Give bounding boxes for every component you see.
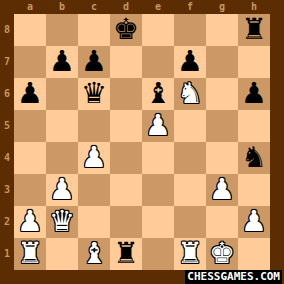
square-b6[interactable] <box>46 78 78 110</box>
square-e6[interactable]: ♝ <box>142 78 174 110</box>
square-a6[interactable]: ♟ <box>14 78 46 110</box>
black-pawn: ♟ <box>238 78 270 110</box>
white-pawn: ♟ <box>14 206 46 238</box>
square-e7[interactable] <box>142 46 174 78</box>
square-c2[interactable] <box>78 206 110 238</box>
square-f2[interactable] <box>174 206 206 238</box>
square-b4[interactable] <box>46 142 78 174</box>
square-e1[interactable] <box>142 238 174 270</box>
rank-label-3: 3 <box>0 174 14 206</box>
white-pawn: ♟ <box>78 142 110 174</box>
site-watermark: CHESSGAMES.COM <box>185 270 282 284</box>
square-g4[interactable] <box>206 142 238 174</box>
square-a7[interactable] <box>14 46 46 78</box>
black-rook: ♜ <box>238 14 270 46</box>
square-g8[interactable] <box>206 14 238 46</box>
square-a1[interactable]: ♜ <box>14 238 46 270</box>
white-pawn: ♟ <box>46 174 78 206</box>
rank-labels: 87654321 <box>0 14 14 270</box>
square-g3[interactable]: ♟ <box>206 174 238 206</box>
black-knight: ♞ <box>238 142 270 174</box>
square-g2[interactable] <box>206 206 238 238</box>
square-b5[interactable] <box>46 110 78 142</box>
square-f4[interactable] <box>174 142 206 174</box>
square-e5[interactable]: ♟ <box>142 110 174 142</box>
square-h7[interactable] <box>238 46 270 78</box>
square-c7[interactable]: ♟ <box>78 46 110 78</box>
square-b2[interactable]: ♛ <box>46 206 78 238</box>
square-c8[interactable] <box>78 14 110 46</box>
file-labels: abcdefgh <box>14 0 270 14</box>
square-c1[interactable]: ♝ <box>78 238 110 270</box>
square-d3[interactable] <box>110 174 142 206</box>
white-rook: ♜ <box>174 238 206 270</box>
white-queen: ♛ <box>46 206 78 238</box>
square-a8[interactable] <box>14 14 46 46</box>
black-pawn: ♟ <box>46 46 78 78</box>
square-d7[interactable] <box>110 46 142 78</box>
file-label-g: g <box>206 0 238 14</box>
square-d2[interactable] <box>110 206 142 238</box>
square-b1[interactable] <box>46 238 78 270</box>
black-king: ♚ <box>110 14 142 46</box>
white-bishop: ♝ <box>78 238 110 270</box>
square-d6[interactable] <box>110 78 142 110</box>
black-rook: ♜ <box>110 238 142 270</box>
square-a5[interactable] <box>14 110 46 142</box>
square-e8[interactable] <box>142 14 174 46</box>
rank-label-2: 2 <box>0 206 14 238</box>
square-f3[interactable] <box>174 174 206 206</box>
square-c3[interactable] <box>78 174 110 206</box>
file-label-b: b <box>46 0 78 14</box>
square-d1[interactable]: ♜ <box>110 238 142 270</box>
rank-label-8: 8 <box>0 14 14 46</box>
white-pawn: ♟ <box>206 174 238 206</box>
square-f6[interactable]: ♞ <box>174 78 206 110</box>
square-c5[interactable] <box>78 110 110 142</box>
file-label-d: d <box>110 0 142 14</box>
square-b7[interactable]: ♟ <box>46 46 78 78</box>
black-pawn: ♟ <box>174 46 206 78</box>
white-rook: ♜ <box>14 238 46 270</box>
black-pawn: ♟ <box>78 46 110 78</box>
rank-label-1: 1 <box>0 238 14 270</box>
rank-label-5: 5 <box>0 110 14 142</box>
square-a3[interactable] <box>14 174 46 206</box>
square-a2[interactable]: ♟ <box>14 206 46 238</box>
square-f8[interactable] <box>174 14 206 46</box>
square-c6[interactable]: ♛ <box>78 78 110 110</box>
square-h4[interactable]: ♞ <box>238 142 270 174</box>
square-h1[interactable] <box>238 238 270 270</box>
file-label-h: h <box>238 0 270 14</box>
square-g7[interactable] <box>206 46 238 78</box>
square-f1[interactable]: ♜ <box>174 238 206 270</box>
chess-board-frame: abcdefgh 87654321 ♚♜♟♟♟♟♛♝♞♟♟♟♞♟♟♟♛♟♜♝♜♜… <box>0 0 284 284</box>
black-queen: ♛ <box>78 78 110 110</box>
square-g5[interactable] <box>206 110 238 142</box>
square-g6[interactable] <box>206 78 238 110</box>
black-pawn: ♟ <box>14 78 46 110</box>
square-e3[interactable] <box>142 174 174 206</box>
square-e2[interactable] <box>142 206 174 238</box>
square-b3[interactable]: ♟ <box>46 174 78 206</box>
file-label-e: e <box>142 0 174 14</box>
white-king: ♚ <box>206 238 238 270</box>
rank-label-6: 6 <box>0 78 14 110</box>
square-c4[interactable]: ♟ <box>78 142 110 174</box>
white-pawn: ♟ <box>142 110 174 142</box>
rank-label-4: 4 <box>0 142 14 174</box>
square-e4[interactable] <box>142 142 174 174</box>
square-h6[interactable]: ♟ <box>238 78 270 110</box>
square-f5[interactable] <box>174 110 206 142</box>
chess-board: ♚♜♟♟♟♟♛♝♞♟♟♟♞♟♟♟♛♟♜♝♜♜♚ <box>14 14 270 270</box>
square-b8[interactable] <box>46 14 78 46</box>
square-h5[interactable] <box>238 110 270 142</box>
file-label-a: a <box>14 0 46 14</box>
white-pawn: ♟ <box>238 206 270 238</box>
square-f7[interactable]: ♟ <box>174 46 206 78</box>
square-h2[interactable]: ♟ <box>238 206 270 238</box>
white-knight: ♞ <box>174 78 206 110</box>
square-h8[interactable]: ♜ <box>238 14 270 46</box>
file-label-f: f <box>174 0 206 14</box>
square-g1[interactable]: ♚ <box>206 238 238 270</box>
black-bishop: ♝ <box>142 78 174 110</box>
square-d8[interactable]: ♚ <box>110 14 142 46</box>
square-h3[interactable] <box>238 174 270 206</box>
square-d5[interactable] <box>110 110 142 142</box>
rank-label-7: 7 <box>0 46 14 78</box>
square-d4[interactable] <box>110 142 142 174</box>
file-label-c: c <box>78 0 110 14</box>
square-a4[interactable] <box>14 142 46 174</box>
